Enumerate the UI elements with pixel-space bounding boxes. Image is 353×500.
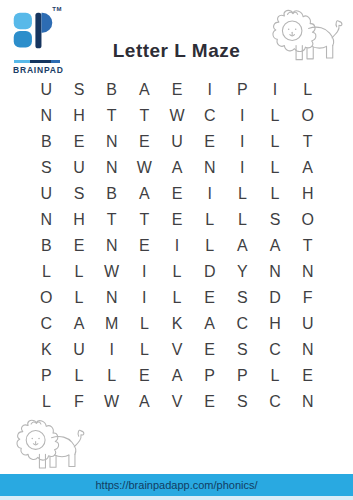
grid-cell-r12c2: L xyxy=(63,363,96,389)
grid-cell-r12c7: P xyxy=(226,363,259,389)
grid-cell-r3c5: U xyxy=(161,129,194,155)
grid-cell-r11c9: N xyxy=(291,337,324,363)
grid-cell-r2c4: T xyxy=(128,103,161,129)
grid-cell-r10c4: L xyxy=(128,311,161,337)
grid-cell-r2c5: W xyxy=(161,103,194,129)
grid-cell-r9c7: S xyxy=(226,285,259,311)
grid-cell-r5c7: L xyxy=(226,181,259,207)
grid-cell-r13c6: E xyxy=(193,389,226,415)
grid-cell-r6c2: H xyxy=(63,207,96,233)
grid-cell-r2c6: C xyxy=(193,103,226,129)
grid-cell-r12c5: A xyxy=(161,363,194,389)
grid-cell-r9c5: L xyxy=(161,285,194,311)
grid-cell-r13c5: V xyxy=(161,389,194,415)
grid-cell-r1c1: U xyxy=(30,77,63,103)
grid-cell-r6c6: L xyxy=(193,207,226,233)
grid-cell-r4c9: A xyxy=(291,155,324,181)
grid-cell-r12c1: P xyxy=(30,363,63,389)
grid-cell-r12c4: E xyxy=(128,363,161,389)
grid-cell-r7c8: A xyxy=(259,233,292,259)
grid-cell-r11c3: I xyxy=(95,337,128,363)
grid-cell-r3c6: E xyxy=(193,129,226,155)
grid-cell-r13c8: C xyxy=(259,389,292,415)
grid-cell-r5c9: H xyxy=(291,181,324,207)
grid-cell-r6c9: O xyxy=(291,207,324,233)
grid-cell-r12c8: L xyxy=(259,363,292,389)
grid-cell-r9c3: N xyxy=(95,285,128,311)
grid-cell-r13c2: F xyxy=(63,389,96,415)
grid-cell-r4c4: W xyxy=(128,155,161,181)
grid-cell-r12c9: E xyxy=(291,363,324,389)
grid-cell-r3c4: E xyxy=(128,129,161,155)
grid-cell-r5c1: U xyxy=(30,181,63,207)
grid-cell-r10c2: A xyxy=(63,311,96,337)
grid-cell-r12c3: L xyxy=(95,363,128,389)
grid-cell-r4c3: N xyxy=(95,155,128,181)
grid-cell-r11c4: L xyxy=(128,337,161,363)
grid-cell-r6c1: N xyxy=(30,207,63,233)
grid-cell-r9c1: O xyxy=(30,285,63,311)
grid-cell-r1c6: I xyxy=(193,77,226,103)
grid-cell-r3c2: E xyxy=(63,129,96,155)
grid-cell-r7c1: B xyxy=(30,233,63,259)
footer-pale-strip xyxy=(0,496,353,500)
grid-cell-r7c4: E xyxy=(128,233,161,259)
grid-cell-r13c1: L xyxy=(30,389,63,415)
grid-cell-r4c7: I xyxy=(226,155,259,181)
grid-cell-r9c9: F xyxy=(291,285,324,311)
grid-cell-r6c7: L xyxy=(226,207,259,233)
grid-cell-r5c3: B xyxy=(95,181,128,207)
grid-cell-r7c9: T xyxy=(291,233,324,259)
grid-cell-r8c7: Y xyxy=(226,259,259,285)
grid-cell-r8c4: I xyxy=(128,259,161,285)
grid-cell-r4c6: N xyxy=(193,155,226,181)
grid-cell-r8c2: L xyxy=(63,259,96,285)
grid-cell-r4c1: S xyxy=(30,155,63,181)
grid-cell-r6c3: T xyxy=(95,207,128,233)
grid-cell-r1c7: P xyxy=(226,77,259,103)
grid-cell-r10c9: U xyxy=(291,311,324,337)
grid-cell-r2c3: T xyxy=(95,103,128,129)
grid-cell-r2c2: H xyxy=(63,103,96,129)
grid-cell-r5c2: S xyxy=(63,181,96,207)
grid-cell-r8c8: N xyxy=(259,259,292,285)
grid-cell-r10c6: A xyxy=(193,311,226,337)
grid-cell-r7c2: E xyxy=(63,233,96,259)
grid-cell-r5c5: E xyxy=(161,181,194,207)
grid-cell-r8c3: W xyxy=(95,259,128,285)
grid-cell-r5c8: L xyxy=(259,181,292,207)
lion-illustration-icon xyxy=(10,415,90,477)
grid-cell-r5c4: A xyxy=(128,181,161,207)
grid-cell-r11c5: V xyxy=(161,337,194,363)
grid-cell-r9c4: I xyxy=(128,285,161,311)
grid-cell-r9c8: D xyxy=(259,285,292,311)
grid-cell-r1c5: E xyxy=(161,77,194,103)
grid-cell-r1c3: B xyxy=(95,77,128,103)
footer-url-link[interactable]: https://brainpadapp.com/phonics/ xyxy=(95,479,257,491)
grid-cell-r13c3: W xyxy=(95,389,128,415)
trademark-label: TM xyxy=(52,6,62,12)
grid-cell-r13c7: S xyxy=(226,389,259,415)
grid-cell-r1c8: I xyxy=(259,77,292,103)
grid-cell-r7c3: N xyxy=(95,233,128,259)
grid-cell-r11c2: U xyxy=(63,337,96,363)
grid-cell-r13c9: N xyxy=(291,389,324,415)
letter-grid: USBAEIPILNHTTWCILOBENEUEILTSUNWANILAUSBA… xyxy=(30,77,324,415)
grid-cell-r8c5: L xyxy=(161,259,194,285)
grid-cell-r6c4: T xyxy=(128,207,161,233)
grid-cell-r2c1: N xyxy=(30,103,63,129)
grid-cell-r4c2: U xyxy=(63,155,96,181)
grid-cell-r10c8: H xyxy=(259,311,292,337)
grid-cell-r3c8: L xyxy=(259,129,292,155)
grid-cell-r6c5: E xyxy=(161,207,194,233)
grid-cell-r12c6: P xyxy=(193,363,226,389)
grid-cell-r3c7: I xyxy=(226,129,259,155)
grid-cell-r9c6: E xyxy=(193,285,226,311)
grid-cell-r4c8: L xyxy=(259,155,292,181)
worksheet-page: TM BRAINPAD Letter L Maze USBAEIPILNHTTW… xyxy=(0,0,353,500)
grid-cell-r11c8: C xyxy=(259,337,292,363)
grid-cell-r3c1: B xyxy=(30,129,63,155)
grid-cell-r1c2: S xyxy=(63,77,96,103)
grid-cell-r11c7: S xyxy=(226,337,259,363)
grid-cell-r10c3: M xyxy=(95,311,128,337)
grid-cell-r3c3: N xyxy=(95,129,128,155)
grid-cell-r7c7: A xyxy=(226,233,259,259)
grid-cell-r2c7: I xyxy=(226,103,259,129)
grid-cell-r8c9: N xyxy=(291,259,324,285)
grid-cell-r13c4: A xyxy=(128,389,161,415)
grid-cell-r5c6: I xyxy=(193,181,226,207)
grid-cell-r1c9: L xyxy=(291,77,324,103)
grid-cell-r2c8: L xyxy=(259,103,292,129)
grid-cell-r3c9: T xyxy=(291,129,324,155)
grid-cell-r6c8: S xyxy=(259,207,292,233)
grid-cell-r1c4: A xyxy=(128,77,161,103)
grid-cell-r9c2: L xyxy=(63,285,96,311)
grid-cell-r7c6: L xyxy=(193,233,226,259)
grid-cell-r11c6: E xyxy=(193,337,226,363)
grid-cell-r11c1: K xyxy=(30,337,63,363)
grid-cell-r2c9: O xyxy=(291,103,324,129)
brand-name: BRAINPAD xyxy=(13,65,74,75)
lion-illustration-icon xyxy=(267,5,347,69)
grid-cell-r10c1: C xyxy=(30,311,63,337)
grid-cell-r8c1: L xyxy=(30,259,63,285)
grid-cell-r7c5: I xyxy=(161,233,194,259)
grid-cell-r4c5: A xyxy=(161,155,194,181)
grid-cell-r8c6: D xyxy=(193,259,226,285)
grid-cell-r10c7: C xyxy=(226,311,259,337)
grid-cell-r10c5: K xyxy=(161,311,194,337)
footer-strip: https://brainpadapp.com/phonics/ xyxy=(0,474,353,496)
